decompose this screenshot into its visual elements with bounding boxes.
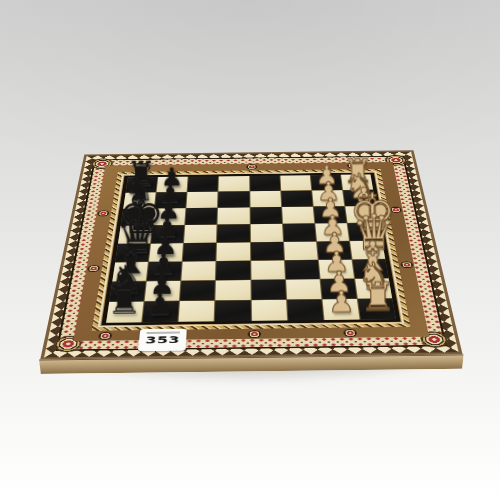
white-rook: ♜: [360, 278, 396, 316]
rosette-medallion-icon: [248, 330, 261, 338]
rosette-medallion-icon: [343, 329, 357, 337]
black-pawn: ♟: [143, 290, 178, 318]
white-pawn: ♟: [324, 288, 359, 316]
square-a4: [251, 300, 287, 321]
square-d5: [217, 242, 250, 260]
square-b4: [251, 280, 286, 300]
square-h3: [280, 175, 311, 190]
rosette-medallion-icon: [246, 164, 257, 170]
square-a8: ♜: [106, 302, 144, 323]
black-rook: ♜: [106, 281, 142, 319]
lot-number: 353: [139, 335, 187, 346]
square-g5: [218, 192, 249, 208]
square-c3: [285, 260, 320, 279]
border-cream-line: ♜♟♟♜♞♟♟♞♝♟♟♝♚♟♟♚♛♟♟♛♝♟♟♝♞♟♟♞♜♟♟♜: [98, 171, 405, 327]
square-g6: [187, 192, 218, 208]
square-f3: [282, 207, 314, 224]
rosette-medallion-icon: [87, 265, 101, 272]
square-b3: [286, 279, 321, 299]
square-h4: [250, 176, 280, 191]
square-d6: [183, 243, 216, 261]
square-a2: ♟: [322, 299, 359, 320]
square-g4: [250, 191, 281, 207]
square-f4: [250, 207, 282, 224]
border-walnut-band: ♜♟♟♜♞♟♟♞♝♟♟♝♚♟♟♚♛♟♟♛♝♟♟♝♞♟♟♞♜♟♟♜: [73, 162, 429, 341]
square-e3: [283, 224, 316, 241]
border-chevron-ribbon: ♜♟♟♜♞♟♟♞♝♟♟♝♚♟♟♚♛♟♟♛♝♟♟♝♞♟♟♞♜♟♟♜: [92, 169, 411, 331]
border-outer-edge: ♜♟♟♜♞♟♟♞♝♟♟♝♚♟♟♚♛♟♟♛♝♟♟♝♞♟♟♞♜♟♟♜ 353: [40, 150, 462, 359]
auction-photo-chess-set: { "game": "chess", "photo": { "descripti…: [0, 0, 500, 500]
rosette-medallion-icon: [97, 210, 110, 216]
square-f5: [218, 208, 249, 225]
square-e6: [184, 225, 217, 243]
square-a3: [287, 299, 323, 320]
square-c4: [251, 260, 285, 279]
square-d3: [284, 241, 318, 259]
square-f6: [185, 208, 217, 225]
board-squares-grid: ♜♟♟♜♞♟♟♞♝♟♟♝♚♟♟♚♛♟♟♛♝♟♟♝♞♟♟♞♜♟♟♜: [106, 174, 396, 322]
square-e4: [250, 224, 282, 241]
square-a1: ♜: [358, 299, 396, 320]
border-mosaic-band: ♜♟♟♜♞♟♟♞♝♟♟♝♚♟♟♚♛♟♟♛♝♟♟♝♞♟♟♞♜♟♟♜: [56, 156, 447, 351]
rosette-medallion-icon: [98, 332, 113, 340]
square-h5: [219, 176, 249, 191]
scene: ♜♟♟♜♞♟♟♞♝♟♟♝♚♟♟♚♛♟♟♛♝♟♟♝♞♟♟♞♜♟♟♜ 353: [63, 55, 437, 429]
square-b5: [216, 280, 250, 300]
border-dogtooth-band: ♜♟♟♜♞♟♟♞♝♟♟♝♚♟♟♚♛♟♟♛♝♟♟♝♞♟♟♞♜♟♟♜: [44, 152, 459, 358]
square-c6: [182, 261, 216, 280]
chess-board: ♜♟♟♜♞♟♟♞♝♟♟♝♚♟♟♚♛♟♟♛♝♟♟♝♞♟♟♞♜♟♟♜ 353: [40, 150, 462, 359]
square-g3: [281, 191, 313, 207]
square-c5: [216, 261, 250, 280]
square-b6: [180, 280, 215, 300]
square-e5: [217, 225, 249, 243]
rosette-medallion-icon: [400, 261, 414, 268]
square-a6: [179, 301, 215, 322]
square-d4: [251, 242, 284, 260]
square-h6: [188, 176, 219, 191]
square-a5: [215, 300, 250, 321]
border-black-frame: ♜♟♟♜♞♟♟♞♝♟♟♝♚♟♟♚♛♟♟♛♝♟♟♝♞♟♟♞♜♟♟♜: [100, 172, 402, 326]
square-a7: ♟: [142, 301, 179, 322]
lot-sticker: 353: [138, 329, 187, 351]
